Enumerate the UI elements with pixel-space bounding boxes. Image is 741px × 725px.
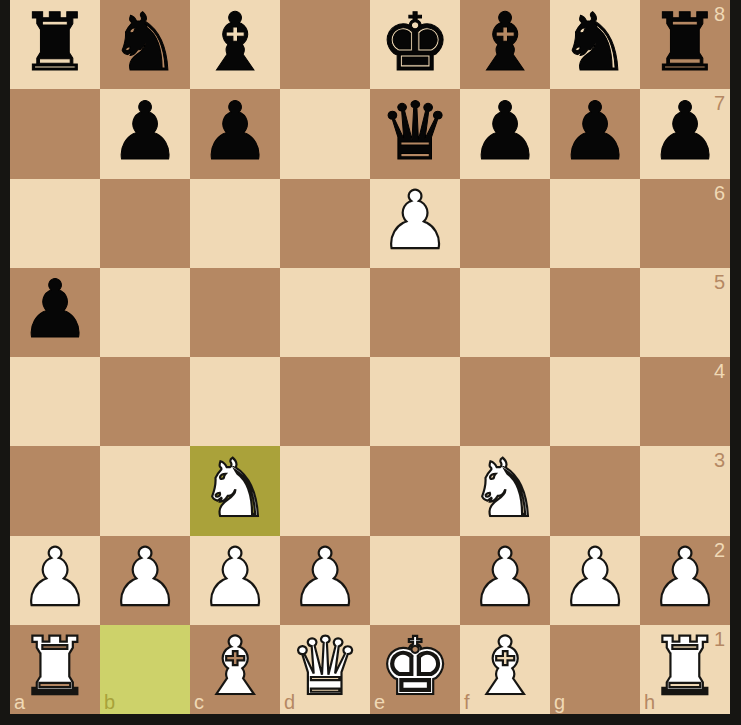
white-knight[interactable]: ♞: [199, 449, 271, 529]
square-c6[interactable]: [190, 179, 280, 268]
white-bishop[interactable]: ♝: [199, 627, 271, 707]
square-f4[interactable]: [460, 357, 550, 446]
square-g5[interactable]: [550, 268, 640, 357]
page-background: ♜♞♝♚♝♞8♜♟♟♛♟♟7♟♟6♟54♞♞3♟♟♟♟♟♟2♟a♜bc♝d♛e♚…: [0, 0, 741, 725]
square-c1[interactable]: c♝: [190, 625, 280, 714]
square-g7[interactable]: ♟: [550, 89, 640, 178]
square-b7[interactable]: ♟: [100, 89, 190, 178]
square-a1[interactable]: a♜: [10, 625, 100, 714]
square-d2[interactable]: ♟: [280, 536, 370, 625]
black-knight[interactable]: ♞: [559, 3, 631, 83]
square-f8[interactable]: ♝: [460, 0, 550, 89]
square-c8[interactable]: ♝: [190, 0, 280, 89]
square-b1[interactable]: b: [100, 625, 190, 714]
square-c2[interactable]: ♟: [190, 536, 280, 625]
black-bishop[interactable]: ♝: [199, 3, 271, 83]
file-label-b: b: [104, 692, 115, 712]
square-a8[interactable]: ♜: [10, 0, 100, 89]
square-e3[interactable]: [370, 446, 460, 535]
square-g8[interactable]: ♞: [550, 0, 640, 89]
square-e8[interactable]: ♚: [370, 0, 460, 89]
square-c4[interactable]: [190, 357, 280, 446]
white-knight[interactable]: ♞: [469, 449, 541, 529]
white-pawn[interactable]: ♟: [469, 538, 541, 618]
square-g3[interactable]: [550, 446, 640, 535]
square-d4[interactable]: [280, 357, 370, 446]
square-e6[interactable]: ♟: [370, 179, 460, 268]
black-pawn[interactable]: ♟: [109, 92, 181, 172]
black-rook[interactable]: ♜: [19, 3, 91, 83]
square-b6[interactable]: [100, 179, 190, 268]
square-f6[interactable]: [460, 179, 550, 268]
white-pawn[interactable]: ♟: [379, 181, 451, 261]
black-pawn[interactable]: ♟: [199, 92, 271, 172]
square-f5[interactable]: [460, 268, 550, 357]
rank-label-5: 5: [714, 272, 725, 292]
white-rook[interactable]: ♜: [649, 627, 721, 707]
square-f3[interactable]: ♞: [460, 446, 550, 535]
black-pawn[interactable]: ♟: [649, 92, 721, 172]
rank-label-3: 3: [714, 450, 725, 470]
square-f1[interactable]: f♝: [460, 625, 550, 714]
square-e5[interactable]: [370, 268, 460, 357]
rank-label-4: 4: [714, 361, 725, 381]
square-h8[interactable]: 8♜: [640, 0, 730, 89]
square-a2[interactable]: ♟: [10, 536, 100, 625]
black-pawn[interactable]: ♟: [559, 92, 631, 172]
square-h5[interactable]: 5: [640, 268, 730, 357]
white-bishop[interactable]: ♝: [469, 627, 541, 707]
square-b3[interactable]: [100, 446, 190, 535]
square-g1[interactable]: g: [550, 625, 640, 714]
square-e1[interactable]: e♚: [370, 625, 460, 714]
black-pawn[interactable]: ♟: [469, 92, 541, 172]
white-king[interactable]: ♚: [379, 627, 451, 707]
square-h6[interactable]: 6: [640, 179, 730, 268]
white-rook[interactable]: ♜: [19, 627, 91, 707]
square-b2[interactable]: ♟: [100, 536, 190, 625]
square-g2[interactable]: ♟: [550, 536, 640, 625]
square-d7[interactable]: [280, 89, 370, 178]
square-c5[interactable]: [190, 268, 280, 357]
white-pawn[interactable]: ♟: [19, 538, 91, 618]
square-a7[interactable]: [10, 89, 100, 178]
square-e7[interactable]: ♛: [370, 89, 460, 178]
white-queen[interactable]: ♛: [289, 627, 361, 707]
square-h7[interactable]: 7♟: [640, 89, 730, 178]
square-f7[interactable]: ♟: [460, 89, 550, 178]
white-pawn[interactable]: ♟: [199, 538, 271, 618]
square-e2[interactable]: [370, 536, 460, 625]
square-a6[interactable]: [10, 179, 100, 268]
black-bishop[interactable]: ♝: [469, 3, 541, 83]
chess-board: ♜♞♝♚♝♞8♜♟♟♛♟♟7♟♟6♟54♞♞3♟♟♟♟♟♟2♟a♜bc♝d♛e♚…: [10, 0, 730, 714]
square-b5[interactable]: [100, 268, 190, 357]
white-pawn[interactable]: ♟: [649, 538, 721, 618]
square-h1[interactable]: 1h♜: [640, 625, 730, 714]
square-c7[interactable]: ♟: [190, 89, 280, 178]
white-pawn[interactable]: ♟: [559, 538, 631, 618]
white-pawn[interactable]: ♟: [289, 538, 361, 618]
white-pawn[interactable]: ♟: [109, 538, 181, 618]
square-d1[interactable]: d♛: [280, 625, 370, 714]
square-f2[interactable]: ♟: [460, 536, 550, 625]
black-pawn[interactable]: ♟: [19, 270, 91, 350]
square-h2[interactable]: 2♟: [640, 536, 730, 625]
square-g4[interactable]: [550, 357, 640, 446]
square-h4[interactable]: 4: [640, 357, 730, 446]
square-d3[interactable]: [280, 446, 370, 535]
file-label-g: g: [554, 692, 565, 712]
square-a5[interactable]: ♟: [10, 268, 100, 357]
square-d6[interactable]: [280, 179, 370, 268]
square-b8[interactable]: ♞: [100, 0, 190, 89]
square-g6[interactable]: [550, 179, 640, 268]
square-b4[interactable]: [100, 357, 190, 446]
square-e4[interactable]: [370, 357, 460, 446]
square-a3[interactable]: [10, 446, 100, 535]
square-d8[interactable]: [280, 0, 370, 89]
square-a4[interactable]: [10, 357, 100, 446]
black-rook[interactable]: ♜: [649, 3, 721, 83]
square-h3[interactable]: 3: [640, 446, 730, 535]
black-queen[interactable]: ♛: [379, 92, 451, 172]
black-king[interactable]: ♚: [379, 3, 451, 83]
black-knight[interactable]: ♞: [109, 3, 181, 83]
square-d5[interactable]: [280, 268, 370, 357]
rank-label-6: 6: [714, 183, 725, 203]
square-c3[interactable]: ♞: [190, 446, 280, 535]
